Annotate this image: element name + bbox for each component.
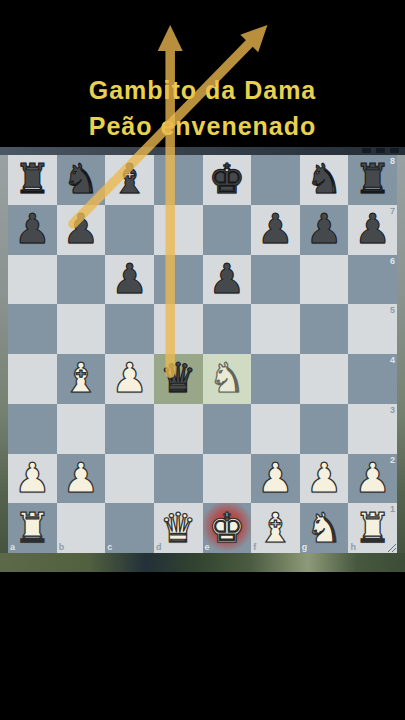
square-c8[interactable]: ♝ (105, 155, 154, 205)
square-d2[interactable] (154, 454, 203, 504)
black-pawn[interactable]: ♟ (111, 259, 148, 300)
black-knight[interactable]: ♞ (306, 159, 343, 200)
square-f3[interactable] (251, 404, 300, 454)
chess-board[interactable]: ♜♞♝♚♞♜8♟♟♟♟♟7♟♟65♝♟♛♞43♟♟♟♟♟2♜abc♛d♚e♝f♞… (8, 155, 397, 553)
square-c6[interactable]: ♟ (105, 255, 154, 305)
square-h1[interactable]: ♜1h (348, 503, 397, 553)
square-a7[interactable]: ♟ (8, 205, 57, 255)
white-king[interactable]: ♚ (208, 508, 245, 549)
square-g1[interactable]: ♞g (300, 503, 349, 553)
white-knight[interactable]: ♞ (208, 358, 245, 399)
square-h3[interactable]: 3 (348, 404, 397, 454)
black-bishop[interactable]: ♝ (111, 159, 148, 200)
square-f4[interactable] (251, 354, 300, 404)
white-queen[interactable]: ♛ (160, 508, 197, 549)
square-d3[interactable] (154, 404, 203, 454)
square-e7[interactable] (203, 205, 252, 255)
rank-label-3: 3 (390, 405, 395, 415)
square-b4[interactable]: ♝ (57, 354, 106, 404)
board-resize-handle-icon[interactable] (388, 544, 396, 552)
rank-label-5: 5 (390, 305, 395, 315)
square-a8[interactable]: ♜ (8, 155, 57, 205)
square-g4[interactable] (300, 354, 349, 404)
square-c1[interactable]: c (105, 503, 154, 553)
white-pawn[interactable]: ♟ (354, 458, 391, 499)
square-b8[interactable]: ♞ (57, 155, 106, 205)
black-pawn[interactable]: ♟ (208, 259, 245, 300)
square-h4[interactable]: 4 (348, 354, 397, 404)
square-f8[interactable] (251, 155, 300, 205)
tiny-icon (376, 148, 385, 153)
square-d8[interactable] (154, 155, 203, 205)
video-background-landscape-strip (0, 553, 405, 572)
square-a4[interactable] (8, 354, 57, 404)
white-bishop[interactable]: ♝ (63, 358, 100, 399)
file-label-c: c (107, 542, 112, 552)
square-e2[interactable] (203, 454, 252, 504)
square-b7[interactable]: ♟ (57, 205, 106, 255)
white-rook[interactable]: ♜ (354, 508, 391, 549)
black-rook[interactable]: ♜ (354, 159, 391, 200)
square-b6[interactable] (57, 255, 106, 305)
square-e8[interactable]: ♚ (203, 155, 252, 205)
square-a5[interactable] (8, 304, 57, 354)
square-h2[interactable]: ♟2 (348, 454, 397, 504)
square-f5[interactable] (251, 304, 300, 354)
video-background-topbar (0, 147, 405, 155)
square-f6[interactable] (251, 255, 300, 305)
square-c3[interactable] (105, 404, 154, 454)
square-b5[interactable] (57, 304, 106, 354)
black-queen[interactable]: ♛ (160, 358, 197, 399)
square-e6[interactable]: ♟ (203, 255, 252, 305)
square-e4[interactable]: ♞ (203, 354, 252, 404)
square-g8[interactable]: ♞ (300, 155, 349, 205)
square-h7[interactable]: ♟7 (348, 205, 397, 255)
tiny-icon (362, 148, 371, 153)
title-line-1: Gambito da Dama (0, 72, 405, 108)
white-pawn[interactable]: ♟ (111, 358, 148, 399)
white-bishop[interactable]: ♝ (257, 508, 294, 549)
square-g3[interactable] (300, 404, 349, 454)
square-f2[interactable]: ♟ (251, 454, 300, 504)
white-pawn[interactable]: ♟ (257, 458, 294, 499)
black-pawn[interactable]: ♟ (306, 209, 343, 250)
file-label-b: b (59, 542, 65, 552)
rank-label-4: 4 (390, 355, 395, 365)
white-pawn[interactable]: ♟ (306, 458, 343, 499)
square-e1[interactable]: ♚e (203, 503, 252, 553)
square-g2[interactable]: ♟ (300, 454, 349, 504)
square-g6[interactable] (300, 255, 349, 305)
square-h6[interactable]: 6 (348, 255, 397, 305)
white-rook[interactable]: ♜ (14, 508, 51, 549)
topbar-icons (362, 148, 399, 153)
white-knight[interactable]: ♞ (306, 508, 343, 549)
square-a2[interactable]: ♟ (8, 454, 57, 504)
square-d1[interactable]: ♛d (154, 503, 203, 553)
black-pawn[interactable]: ♟ (354, 209, 391, 250)
square-c7[interactable] (105, 205, 154, 255)
title-line-2: Peão envenenado (0, 108, 405, 144)
white-pawn[interactable]: ♟ (14, 458, 51, 499)
square-a3[interactable] (8, 404, 57, 454)
square-d7[interactable] (154, 205, 203, 255)
square-b1[interactable]: b (57, 503, 106, 553)
youtube-short-frame: { "game": "chess", "title": { "line1": "… (0, 0, 405, 720)
square-a1[interactable]: ♜a (8, 503, 57, 553)
square-c4[interactable]: ♟ (105, 354, 154, 404)
square-g7[interactable]: ♟ (300, 205, 349, 255)
black-rook[interactable]: ♜ (14, 159, 51, 200)
file-label-f: f (253, 542, 256, 552)
square-f7[interactable]: ♟ (251, 205, 300, 255)
square-e3[interactable] (203, 404, 252, 454)
square-f1[interactable]: ♝f (251, 503, 300, 553)
square-b2[interactable]: ♟ (57, 454, 106, 504)
square-d5[interactable] (154, 304, 203, 354)
square-d4[interactable]: ♛ (154, 354, 203, 404)
rank-label-6: 6 (390, 256, 395, 266)
black-pawn[interactable]: ♟ (63, 209, 100, 250)
square-a6[interactable] (8, 255, 57, 305)
square-e5[interactable] (203, 304, 252, 354)
tiny-icon (390, 148, 399, 153)
black-pawn[interactable]: ♟ (14, 209, 51, 250)
video-title: Gambito da Dama Peão envenenado (0, 72, 405, 144)
square-h5[interactable]: 5 (348, 304, 397, 354)
square-d6[interactable] (154, 255, 203, 305)
square-g5[interactable] (300, 304, 349, 354)
square-c5[interactable] (105, 304, 154, 354)
square-c2[interactable] (105, 454, 154, 504)
black-pawn[interactable]: ♟ (257, 209, 294, 250)
black-knight[interactable]: ♞ (63, 159, 100, 200)
square-b3[interactable] (57, 404, 106, 454)
black-king[interactable]: ♚ (208, 159, 245, 200)
square-h8[interactable]: ♜8 (348, 155, 397, 205)
white-pawn[interactable]: ♟ (63, 458, 100, 499)
